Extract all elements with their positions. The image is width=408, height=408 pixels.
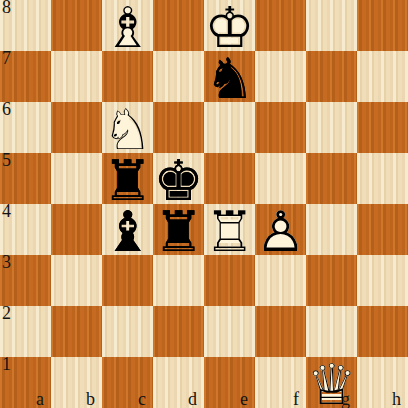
black-knight-outline-glyph: ♞ (204, 53, 255, 104)
piece-black-bishop[interactable]: ♝♝ (102, 204, 153, 255)
square-a1[interactable]: 1a (0, 357, 51, 408)
rank-label-4: 4 (2, 201, 11, 222)
white-pawn-fill-glyph: ♟ (255, 206, 306, 257)
white-king-fill-glyph: ♚ (204, 2, 255, 53)
piece-black-king[interactable]: ♚♚ (153, 153, 204, 204)
black-king-outline-glyph: ♚ (153, 155, 204, 206)
square-b5[interactable] (51, 153, 102, 204)
file-label-e: e (240, 389, 248, 408)
square-g4[interactable] (306, 204, 357, 255)
square-d8[interactable] (153, 0, 204, 51)
square-h5[interactable] (357, 153, 408, 204)
square-d5[interactable]: ♚♚ (153, 153, 204, 204)
white-rook-outline-glyph: ♖ (204, 206, 255, 257)
square-g8[interactable] (306, 0, 357, 51)
white-bishop-outline-glyph: ♗ (102, 2, 153, 53)
square-a3[interactable]: 3 (0, 255, 51, 306)
square-b7[interactable] (51, 51, 102, 102)
square-h2[interactable] (357, 306, 408, 357)
piece-black-rook[interactable]: ♜♜ (102, 153, 153, 204)
square-f5[interactable] (255, 153, 306, 204)
square-e6[interactable] (204, 102, 255, 153)
square-a2[interactable]: 2 (0, 306, 51, 357)
file-label-f: f (293, 389, 299, 408)
piece-white-pawn[interactable]: ♟♙ (255, 204, 306, 255)
square-g2[interactable] (306, 306, 357, 357)
square-f4[interactable]: ♟♙ (255, 204, 306, 255)
square-d1[interactable]: d (153, 357, 204, 408)
square-a5[interactable]: 5 (0, 153, 51, 204)
square-e5[interactable] (204, 153, 255, 204)
white-bishop-fill-glyph: ♝ (102, 2, 153, 53)
square-h1[interactable]: h (357, 357, 408, 408)
square-g5[interactable] (306, 153, 357, 204)
square-d7[interactable] (153, 51, 204, 102)
rank-label-6: 6 (2, 99, 11, 120)
square-b2[interactable] (51, 306, 102, 357)
black-rook-fill-glyph: ♜ (102, 155, 153, 206)
rank-label-2: 2 (2, 303, 11, 324)
chess-diagram: 8♝♗♚♔7♞♞6♞♘5♜♜♚♚4♝♝♜♜♜♖♟♙321abcdefg♛♕h (0, 0, 408, 408)
black-knight-fill-glyph: ♞ (204, 53, 255, 104)
square-h7[interactable] (357, 51, 408, 102)
piece-white-king[interactable]: ♚♔ (204, 0, 255, 51)
square-c2[interactable] (102, 306, 153, 357)
square-d6[interactable] (153, 102, 204, 153)
white-knight-fill-glyph: ♞ (102, 104, 153, 155)
square-a6[interactable]: 6 (0, 102, 51, 153)
square-e2[interactable] (204, 306, 255, 357)
black-rook-fill-glyph: ♜ (153, 206, 204, 257)
square-d4[interactable]: ♜♜ (153, 204, 204, 255)
square-e1[interactable]: e (204, 357, 255, 408)
square-c8[interactable]: ♝♗ (102, 0, 153, 51)
square-f2[interactable] (255, 306, 306, 357)
piece-white-rook[interactable]: ♜♖ (204, 204, 255, 255)
square-b4[interactable] (51, 204, 102, 255)
piece-white-queen[interactable]: ♛♕ (306, 357, 357, 408)
square-a8[interactable]: 8 (0, 0, 51, 51)
black-rook-outline-glyph: ♜ (153, 206, 204, 257)
file-label-d: d (188, 389, 197, 408)
black-rook-outline-glyph: ♜ (102, 155, 153, 206)
square-b3[interactable] (51, 255, 102, 306)
piece-black-rook[interactable]: ♜♜ (153, 204, 204, 255)
black-bishop-fill-glyph: ♝ (102, 206, 153, 257)
square-a4[interactable]: 4 (0, 204, 51, 255)
square-e8[interactable]: ♚♔ (204, 0, 255, 51)
piece-white-bishop[interactable]: ♝♗ (102, 0, 153, 51)
square-b1[interactable]: b (51, 357, 102, 408)
white-queen-outline-glyph: ♕ (306, 359, 357, 408)
square-f7[interactable] (255, 51, 306, 102)
white-rook-fill-glyph: ♜ (204, 206, 255, 257)
rank-label-7: 7 (2, 48, 11, 69)
black-king-fill-glyph: ♚ (153, 155, 204, 206)
square-e4[interactable]: ♜♖ (204, 204, 255, 255)
square-d3[interactable] (153, 255, 204, 306)
square-c3[interactable] (102, 255, 153, 306)
square-e7[interactable]: ♞♞ (204, 51, 255, 102)
black-bishop-outline-glyph: ♝ (102, 206, 153, 257)
square-h4[interactable] (357, 204, 408, 255)
square-g3[interactable] (306, 255, 357, 306)
white-queen-fill-glyph: ♛ (306, 359, 357, 408)
white-pawn-outline-glyph: ♙ (255, 206, 306, 257)
square-b8[interactable] (51, 0, 102, 51)
square-g1[interactable]: g♛♕ (306, 357, 357, 408)
square-h8[interactable] (357, 0, 408, 51)
piece-black-knight[interactable]: ♞♞ (204, 51, 255, 102)
square-a7[interactable]: 7 (0, 51, 51, 102)
file-label-c: c (138, 389, 146, 408)
file-label-h: h (392, 389, 401, 408)
square-c1[interactable]: c (102, 357, 153, 408)
white-king-outline-glyph: ♔ (204, 2, 255, 53)
square-f6[interactable] (255, 102, 306, 153)
square-h6[interactable] (357, 102, 408, 153)
square-f8[interactable] (255, 0, 306, 51)
board-grid: 8♝♗♚♔7♞♞6♞♘5♜♜♚♚4♝♝♜♜♜♖♟♙321abcdefg♛♕h (0, 0, 408, 408)
square-f3[interactable] (255, 255, 306, 306)
square-g7[interactable] (306, 51, 357, 102)
square-c4[interactable]: ♝♝ (102, 204, 153, 255)
rank-label-5: 5 (2, 150, 11, 171)
file-label-b: b (86, 389, 95, 408)
square-c6[interactable]: ♞♘ (102, 102, 153, 153)
square-f1[interactable]: f (255, 357, 306, 408)
square-g6[interactable] (306, 102, 357, 153)
square-d2[interactable] (153, 306, 204, 357)
rank-label-8: 8 (2, 0, 11, 18)
square-h3[interactable] (357, 255, 408, 306)
square-c5[interactable]: ♜♜ (102, 153, 153, 204)
rank-label-3: 3 (2, 252, 11, 273)
file-label-a: a (36, 389, 44, 408)
square-c7[interactable] (102, 51, 153, 102)
rank-label-1: 1 (2, 354, 11, 375)
square-b6[interactable] (51, 102, 102, 153)
piece-white-knight[interactable]: ♞♘ (102, 102, 153, 153)
square-e3[interactable] (204, 255, 255, 306)
white-knight-outline-glyph: ♘ (102, 104, 153, 155)
